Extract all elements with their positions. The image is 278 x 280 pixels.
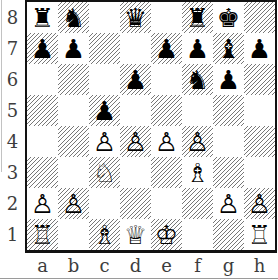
square-b4[interactable] [58,126,89,157]
piece-white-pawn: ♙ [93,129,116,155]
piece-black-pawn: ♟ [31,36,54,62]
square-a7[interactable]: ♟ [27,33,58,64]
square-d4[interactable]: ♙ [120,126,151,157]
piece-black-pawn: ♟ [62,36,85,62]
piece-black-queen: ♛ [124,5,147,31]
square-a1[interactable]: ♖ [27,219,58,250]
square-c1[interactable]: ♗ [89,219,120,250]
square-e4[interactable]: ♙ [151,126,182,157]
square-h8[interactable] [244,2,275,33]
square-c2[interactable] [89,188,120,219]
square-a2[interactable]: ♙ [27,188,58,219]
square-h3[interactable] [244,157,275,188]
square-d1[interactable]: ♕ [120,219,151,250]
square-g6[interactable]: ♟ [213,64,244,95]
piece-black-bishop: ♝ [217,36,240,62]
rank-label-4: 4 [0,126,25,157]
square-h7[interactable]: ♟ [244,33,275,64]
square-g1[interactable] [213,219,244,250]
piece-white-queen: ♕ [124,222,147,248]
square-h4[interactable] [244,126,275,157]
square-b8[interactable]: ♞ [58,2,89,33]
file-label-e: e [151,255,182,276]
piece-white-pawn: ♙ [155,129,178,155]
piece-black-pawn: ♟ [93,98,116,124]
square-c3[interactable]: ♘ [89,157,120,188]
page-edge-artifact-left [1,0,2,172]
square-g2[interactable]: ♙ [213,188,244,219]
piece-black-pawn: ♟ [217,67,240,93]
square-b1[interactable] [58,219,89,250]
rank-label-1: 1 [0,219,25,250]
chess-board: ♜♞♛♜♚♟♟♟♟♝♟♟♞♟♟♙♙♙♙♘♗♙♙♙♙♖♗♕♔♖ [25,0,277,253]
square-f1[interactable] [182,219,213,250]
square-d7[interactable] [120,33,151,64]
square-d6[interactable]: ♟ [120,64,151,95]
square-f5[interactable] [182,95,213,126]
piece-white-pawn: ♙ [62,191,85,217]
chess-diagram: 87654321 ♜♞♛♜♚♟♟♟♟♝♟♟♞♟♟♙♙♙♙♘♗♙♙♙♙♖♗♕♔♖ … [0,0,278,278]
piece-white-pawn: ♙ [217,191,240,217]
square-a5[interactable] [27,95,58,126]
square-h5[interactable] [244,95,275,126]
square-c4[interactable]: ♙ [89,126,120,157]
square-c7[interactable] [89,33,120,64]
square-d8[interactable]: ♛ [120,2,151,33]
file-labels: abcdefgh [27,253,278,278]
file-label-g: g [213,255,244,276]
square-f4[interactable]: ♙ [182,126,213,157]
square-d3[interactable] [120,157,151,188]
piece-white-pawn: ♙ [31,191,54,217]
file-label-a: a [27,255,58,276]
square-g7[interactable]: ♝ [213,33,244,64]
square-e2[interactable] [151,188,182,219]
square-h6[interactable] [244,64,275,95]
square-f3[interactable]: ♗ [182,157,213,188]
square-e6[interactable] [151,64,182,95]
square-a4[interactable] [27,126,58,157]
piece-white-pawn: ♙ [124,129,147,155]
piece-white-pawn: ♙ [186,129,209,155]
square-h2[interactable]: ♙ [244,188,275,219]
square-b2[interactable]: ♙ [58,188,89,219]
square-g5[interactable] [213,95,244,126]
square-a8[interactable]: ♜ [27,2,58,33]
piece-black-pawn: ♟ [248,36,271,62]
piece-black-knight: ♞ [62,5,85,31]
piece-black-knight: ♞ [186,67,209,93]
square-a6[interactable] [27,64,58,95]
rank-label-2: 2 [0,188,25,219]
piece-white-pawn: ♙ [248,191,271,217]
piece-black-pawn: ♟ [186,36,209,62]
piece-white-king: ♔ [155,222,178,248]
piece-white-bishop: ♗ [186,160,209,186]
square-b6[interactable] [58,64,89,95]
page-edge-artifact-bottom [0,278,278,279]
square-c8[interactable] [89,2,120,33]
square-f6[interactable]: ♞ [182,64,213,95]
square-e1[interactable]: ♔ [151,219,182,250]
square-c5[interactable]: ♟ [89,95,120,126]
piece-white-bishop: ♗ [93,222,116,248]
square-a3[interactable] [27,157,58,188]
rank-label-5: 5 [0,95,25,126]
piece-white-rook: ♖ [248,222,271,248]
square-e3[interactable] [151,157,182,188]
rank-label-8: 8 [0,2,25,33]
square-b7[interactable]: ♟ [58,33,89,64]
square-h1[interactable]: ♖ [244,219,275,250]
piece-black-rook: ♜ [186,5,209,31]
file-label-h: h [244,255,275,276]
square-c6[interactable] [89,64,120,95]
square-b3[interactable] [58,157,89,188]
file-label-c: c [89,255,120,276]
piece-white-rook: ♖ [31,222,54,248]
square-d2[interactable] [120,188,151,219]
rank-label-3: 3 [0,157,25,188]
square-g3[interactable] [213,157,244,188]
rank-labels: 87654321 [0,0,25,250]
square-d5[interactable] [120,95,151,126]
rank-label-6: 6 [0,64,25,95]
file-label-b: b [58,255,89,276]
board-with-rank-labels: 87654321 ♜♞♛♜♚♟♟♟♟♝♟♟♞♟♟♙♙♙♙♘♗♙♙♙♙♖♗♕♔♖ [0,0,278,253]
piece-white-knight: ♘ [93,160,116,186]
file-label-f: f [182,255,213,276]
square-f2[interactable] [182,188,213,219]
rank-label-7: 7 [0,33,25,64]
square-f7[interactable]: ♟ [182,33,213,64]
piece-black-rook: ♜ [31,5,54,31]
square-g8[interactable]: ♚ [213,2,244,33]
square-g4[interactable] [213,126,244,157]
piece-black-pawn: ♟ [124,67,147,93]
piece-black-king: ♚ [217,5,240,31]
square-b5[interactable] [58,95,89,126]
square-f8[interactable]: ♜ [182,2,213,33]
file-label-d: d [120,255,151,276]
square-e5[interactable] [151,95,182,126]
piece-black-pawn: ♟ [155,36,178,62]
square-e7[interactable]: ♟ [151,33,182,64]
square-e8[interactable] [151,2,182,33]
